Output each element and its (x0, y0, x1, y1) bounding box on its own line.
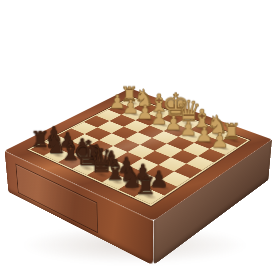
chess-board-box: ♜♞♝♚♛♝♞♜♟♟♟♟♟♟♟♟♟♟♟♟♟♟♟♟♜♞♝♚♛♝♞♜ (4, 88, 272, 220)
chess-set-photo: ♜♞♝♚♛♝♞♜♟♟♟♟♟♟♟♟♟♟♟♟♟♟♟♟♜♞♝♚♛♝♞♜ (0, 0, 280, 280)
square-a2[interactable]: ♟ (210, 141, 237, 154)
black-rook[interactable]: ♜ (134, 174, 156, 199)
white-pawn[interactable]: ♟ (210, 130, 229, 150)
